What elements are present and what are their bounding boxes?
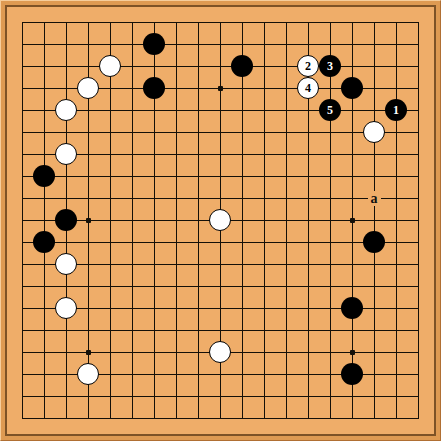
white-stone[interactable] <box>77 363 99 385</box>
black-stone[interactable] <box>33 165 55 187</box>
white-stone[interactable] <box>55 297 77 319</box>
black-stone[interactable] <box>143 33 165 55</box>
star-point <box>218 86 223 91</box>
white-stone[interactable] <box>77 77 99 99</box>
star-point <box>350 218 355 223</box>
black-stone-move-5[interactable]: 5 <box>319 99 341 121</box>
black-stone[interactable] <box>231 55 253 77</box>
goban-grid[interactable]: a35124 <box>11 11 429 429</box>
star-point <box>86 218 91 223</box>
white-stone[interactable] <box>209 341 231 363</box>
black-stone[interactable] <box>143 77 165 99</box>
black-stone-move-3[interactable]: 3 <box>319 55 341 77</box>
goban-field: a35124 <box>5 5 436 436</box>
white-stone[interactable] <box>209 209 231 231</box>
white-stone[interactable] <box>55 99 77 121</box>
white-stone[interactable] <box>55 143 77 165</box>
black-stone[interactable] <box>33 231 55 253</box>
black-stone[interactable] <box>341 363 363 385</box>
black-stone[interactable] <box>363 231 385 253</box>
black-stone[interactable] <box>55 209 77 231</box>
star-point <box>86 350 91 355</box>
goban: a35124 <box>0 0 441 441</box>
white-stone-move-2[interactable]: 2 <box>297 55 319 77</box>
white-stone[interactable] <box>55 253 77 275</box>
black-stone-move-1[interactable]: 1 <box>385 99 407 121</box>
black-stone[interactable] <box>341 297 363 319</box>
white-stone[interactable] <box>363 121 385 143</box>
white-stone-move-4[interactable]: 4 <box>297 77 319 99</box>
point-label-a[interactable]: a <box>368 191 381 206</box>
black-stone[interactable] <box>341 77 363 99</box>
white-stone[interactable] <box>99 55 121 77</box>
star-point <box>350 350 355 355</box>
